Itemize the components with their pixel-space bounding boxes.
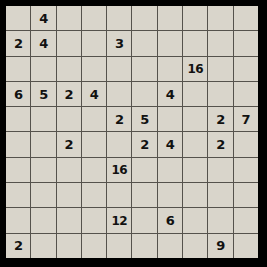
grid-cell-r8-c3[interactable] [57, 183, 81, 207]
clue-number: 2 [14, 36, 23, 51]
grid-cell-r1-c7[interactable] [158, 6, 182, 30]
grid-cell-r8-c7[interactable] [158, 183, 182, 207]
grid-cell-r4-c7[interactable]: 4 [158, 82, 182, 106]
grid-cell-r3-c2[interactable] [31, 57, 55, 81]
grid-cell-r5-c8[interactable] [183, 107, 207, 131]
clue-number: 5 [140, 112, 149, 127]
clue-number: 4 [166, 137, 175, 152]
grid-cell-r10-c8[interactable] [183, 234, 207, 258]
grid-cell-r7-c9[interactable] [208, 158, 232, 182]
grid-cell-r4-c10[interactable] [234, 82, 258, 106]
grid-cell-r6-c6[interactable]: 2 [132, 132, 156, 156]
grid-cell-r3-c9[interactable] [208, 57, 232, 81]
grid-cell-r7-c10[interactable] [234, 158, 258, 182]
grid-cell-r3-c3[interactable] [57, 57, 81, 81]
grid-cell-r10-c4[interactable] [82, 234, 106, 258]
grid-cell-r8-c9[interactable] [208, 183, 232, 207]
grid-cell-r2-c2[interactable]: 4 [31, 31, 55, 55]
grid-cell-r4-c5[interactable] [107, 82, 131, 106]
grid-cell-r6-c3[interactable]: 2 [57, 132, 81, 156]
grid-cell-r3-c1[interactable] [6, 57, 30, 81]
grid-cell-r7-c3[interactable] [57, 158, 81, 182]
grid-cell-r2-c4[interactable] [82, 31, 106, 55]
grid-cell-r9-c4[interactable] [82, 208, 106, 232]
grid-cell-r1-c6[interactable] [132, 6, 156, 30]
grid-cell-r9-c9[interactable] [208, 208, 232, 232]
grid-cell-r2-c1[interactable]: 2 [6, 31, 30, 55]
grid-cell-r7-c7[interactable] [158, 158, 182, 182]
grid-cell-r2-c3[interactable] [57, 31, 81, 55]
grid-cell-r5-c9[interactable]: 2 [208, 107, 232, 131]
grid-cell-r1-c8[interactable] [183, 6, 207, 30]
clue-number: 2 [64, 87, 73, 102]
clue-number: 2 [14, 238, 23, 253]
grid-cell-r10-c7[interactable] [158, 234, 182, 258]
grid-cell-r5-c5[interactable]: 2 [107, 107, 131, 131]
grid-cell-r1-c2[interactable]: 4 [31, 6, 55, 30]
grid-cell-r9-c7[interactable]: 6 [158, 208, 182, 232]
grid-cell-r3-c10[interactable] [234, 57, 258, 81]
grid-cell-r10-c3[interactable] [57, 234, 81, 258]
grid-cell-r4-c8[interactable] [183, 82, 207, 106]
grid-cell-r5-c2[interactable] [31, 107, 55, 131]
grid-cell-r8-c5[interactable] [107, 183, 131, 207]
grid-cell-r1-c5[interactable] [107, 6, 131, 30]
grid-cell-r9-c8[interactable] [183, 208, 207, 232]
clue-number: 4 [166, 87, 175, 102]
grid-cell-r9-c6[interactable] [132, 208, 156, 232]
clue-number: 16 [187, 62, 203, 76]
grid-cell-r3-c6[interactable] [132, 57, 156, 81]
grid-cell-r1-c9[interactable] [208, 6, 232, 30]
clue-number: 4 [90, 87, 99, 102]
grid-cell-r5-c3[interactable] [57, 107, 81, 131]
grid-cell-r2-c5[interactable]: 3 [107, 31, 131, 55]
grid-cell-r2-c7[interactable] [158, 31, 182, 55]
grid-cell-r10-c1[interactable]: 2 [6, 234, 30, 258]
grid-cell-r6-c1[interactable] [6, 132, 30, 156]
clue-number: 4 [39, 36, 48, 51]
clue-number: 2 [140, 137, 149, 152]
clue-number: 12 [111, 214, 127, 228]
clue-number: 16 [111, 163, 127, 177]
clue-number: 4 [39, 11, 48, 26]
grid-cell-r6-c8[interactable] [183, 132, 207, 156]
grid-cell-r3-c7[interactable] [158, 57, 182, 81]
grid-cell-r9-c2[interactable] [31, 208, 55, 232]
grid-cell-r5-c1[interactable] [6, 107, 30, 131]
grid-cell-r7-c4[interactable] [82, 158, 106, 182]
grid-cell-r10-c9[interactable]: 9 [208, 234, 232, 258]
grid-cell-r9-c3[interactable] [57, 208, 81, 232]
grid-cell-r1-c10[interactable] [234, 6, 258, 30]
grid-cell-r7-c8[interactable] [183, 158, 207, 182]
clue-number: 2 [115, 112, 124, 127]
grid-cell-r7-c5[interactable]: 16 [107, 158, 131, 182]
grid-cell-r4-c4[interactable]: 4 [82, 82, 106, 106]
grid-cell-r8-c6[interactable] [132, 183, 156, 207]
grid-cell-r7-c1[interactable] [6, 158, 30, 182]
grid-cell-r8-c8[interactable] [183, 183, 207, 207]
clue-number: 6 [166, 213, 175, 228]
grid-cell-r2-c9[interactable] [208, 31, 232, 55]
clue-number: 2 [64, 137, 73, 152]
grid-cell-r7-c2[interactable] [31, 158, 55, 182]
grid-cell-r10-c5[interactable] [107, 234, 131, 258]
clue-number: 2 [216, 112, 225, 127]
clue-number: 2 [216, 137, 225, 152]
grid-cell-r8-c2[interactable] [31, 183, 55, 207]
grid-cell-r9-c10[interactable] [234, 208, 258, 232]
grid-cell-r6-c4[interactable] [82, 132, 106, 156]
grid-cell-r6-c7[interactable]: 4 [158, 132, 182, 156]
grid-cell-r3-c8[interactable]: 16 [183, 57, 207, 81]
clue-number: 5 [39, 87, 48, 102]
grid-cell-r6-c5[interactable] [107, 132, 131, 156]
grid-cell-r4-c9[interactable] [208, 82, 232, 106]
grid-cell-r4-c6[interactable] [132, 82, 156, 106]
grid-cell-r9-c1[interactable] [6, 208, 30, 232]
grid-cell-r6-c10[interactable] [234, 132, 258, 156]
grid-cell-r2-c8[interactable] [183, 31, 207, 55]
grid-cell-r10-c10[interactable] [234, 234, 258, 258]
grid-cell-r4-c3[interactable]: 2 [57, 82, 81, 106]
grid-cell-r10-c2[interactable] [31, 234, 55, 258]
grid-cell-r4-c1[interactable]: 6 [6, 82, 30, 106]
grid-cell-r10-c6[interactable] [132, 234, 156, 258]
grid-cell-r1-c4[interactable] [82, 6, 106, 30]
puzzle-board: 42431665244252722421612629 [6, 6, 258, 258]
grid-cell-r8-c1[interactable] [6, 183, 30, 207]
grid-cell-r6-c2[interactable] [31, 132, 55, 156]
puzzle-frame: 42431665244252722421612629 [0, 0, 267, 267]
grid-cell-r5-c6[interactable]: 5 [132, 107, 156, 131]
grid-cell-r8-c10[interactable] [234, 183, 258, 207]
grid-cell-r7-c6[interactable] [132, 158, 156, 182]
grid-cell-r1-c3[interactable] [57, 6, 81, 30]
clue-number: 3 [115, 36, 124, 51]
grid-cell-r2-c10[interactable] [234, 31, 258, 55]
clue-number: 9 [216, 238, 225, 253]
clue-number: 6 [14, 87, 23, 102]
grid-cell-r5-c7[interactable] [158, 107, 182, 131]
grid-cell-r8-c4[interactable] [82, 183, 106, 207]
grid-cell-r2-c6[interactable] [132, 31, 156, 55]
grid-cell-r3-c5[interactable] [107, 57, 131, 81]
grid-cell-r4-c2[interactable]: 5 [31, 82, 55, 106]
grid-cell-r5-c10[interactable]: 7 [234, 107, 258, 131]
grid-cell-r6-c9[interactable]: 2 [208, 132, 232, 156]
grid-cell-r3-c4[interactable] [82, 57, 106, 81]
grid-cell-r9-c5[interactable]: 12 [107, 208, 131, 232]
grid-cell-r1-c1[interactable] [6, 6, 30, 30]
grid-cell-r5-c4[interactable] [82, 107, 106, 131]
clue-number: 7 [242, 112, 251, 127]
